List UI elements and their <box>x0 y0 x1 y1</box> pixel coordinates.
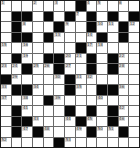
clue-number: 1 <box>1 1 5 5</box>
clue-number: 37 <box>1 96 7 100</box>
cell-r8c4[interactable] <box>33 75 43 85</box>
black-cell-r1c8 <box>76 1 86 11</box>
clue-number: 23 <box>1 64 7 68</box>
clue-number: 44 <box>65 117 71 121</box>
cell-r10c7[interactable] <box>65 96 75 106</box>
cell-r6c7[interactable]: 20 <box>65 54 75 64</box>
black-cell-r9c7 <box>65 85 75 95</box>
clue-number: 22 <box>119 54 125 58</box>
black-cell-r13c12 <box>119 127 129 137</box>
cell-r13c10[interactable]: 50 <box>97 127 107 137</box>
cell-r1c11[interactable] <box>108 1 118 11</box>
black-cell-r2c9 <box>87 12 97 22</box>
cell-r13c3[interactable]: 47 <box>22 127 32 137</box>
cell-r5c10[interactable]: 18 <box>97 43 107 53</box>
clue-number: 34 <box>33 85 39 89</box>
cell-r13c11[interactable]: 51 <box>108 127 118 137</box>
cell-r2c12[interactable] <box>119 12 129 22</box>
clue-number: 33 <box>1 85 7 89</box>
cell-r10c4[interactable] <box>33 96 43 106</box>
black-cell-r12c8 <box>76 117 86 127</box>
cell-r13c6[interactable] <box>54 127 64 137</box>
cell-r11c8[interactable] <box>76 106 86 116</box>
black-cell-r12c11 <box>108 117 118 127</box>
cell-r1c5[interactable] <box>44 1 54 11</box>
black-cell-r5c8 <box>76 43 86 53</box>
clue-number: 49 <box>76 127 82 131</box>
cell-r10c9[interactable] <box>87 96 97 106</box>
clue-number: 45 <box>87 117 93 121</box>
cell-r14c11[interactable] <box>108 138 118 148</box>
cell-r10c1[interactable]: 37 <box>1 96 11 106</box>
clue-number: 38 <box>22 96 28 100</box>
cell-r12c4[interactable]: 43 <box>33 117 43 127</box>
cell-r1c2[interactable] <box>12 1 22 11</box>
clue-number: 20 <box>65 54 71 58</box>
clue-number: 3 <box>54 1 58 5</box>
clue-number: 8 <box>22 22 26 26</box>
cell-r14c12[interactable] <box>119 138 129 148</box>
cell-r14c5[interactable] <box>44 138 54 148</box>
clue-number: 39 <box>54 96 60 100</box>
black-cell-r4c3 <box>22 33 32 43</box>
clue-number: 13 <box>54 33 60 37</box>
black-cell-r7c9 <box>87 64 97 74</box>
black-cell-r4c5 <box>44 33 54 43</box>
cell-r7c4[interactable]: 25 <box>33 64 43 74</box>
cell-r6c4[interactable] <box>33 54 43 64</box>
cell-r3c5[interactable] <box>44 22 54 32</box>
clue-number: 26 <box>44 64 50 68</box>
cell-r8c10[interactable] <box>97 75 107 85</box>
black-cell-r11c9 <box>87 106 97 116</box>
cell-r5c6[interactable] <box>54 43 64 53</box>
cell-r6c12[interactable]: 22 <box>119 54 129 64</box>
clue-number: 5 <box>97 1 101 5</box>
cell-r10c13[interactable] <box>129 96 139 106</box>
cell-r10c8[interactable] <box>76 96 86 106</box>
clue-number: 2 <box>33 1 37 5</box>
black-cell-r2c2 <box>12 12 22 22</box>
clue-number: 50 <box>97 127 103 131</box>
cell-r6c3[interactable]: 19 <box>22 54 32 64</box>
cell-r10c3[interactable]: 38 <box>22 96 32 106</box>
cell-r1c1[interactable]: 1 <box>1 1 11 11</box>
cell-r1c12[interactable]: 6 <box>119 1 129 11</box>
cell-r1c7[interactable] <box>65 1 75 11</box>
cell-r3c3[interactable]: 8 <box>22 22 32 32</box>
cell-r13c1[interactable] <box>1 127 11 137</box>
cell-r7c2[interactable]: 24 <box>12 64 22 74</box>
clue-number: 28 <box>119 64 125 68</box>
clue-number: 4 <box>87 1 91 5</box>
cell-r3c11[interactable]: 11 <box>108 22 118 32</box>
clue-number: 32 <box>87 75 93 79</box>
clue-number: 47 <box>22 127 28 131</box>
cell-r5c2[interactable] <box>12 43 22 53</box>
black-cell-r3c2 <box>12 22 22 32</box>
black-cell-r4c12 <box>119 33 129 43</box>
clue-number: 6 <box>119 1 123 5</box>
black-cell-r13c2 <box>12 127 22 137</box>
cell-r5c7[interactable] <box>65 43 75 53</box>
clue-number: 30 <box>54 75 60 79</box>
cell-r14c3[interactable] <box>22 138 32 148</box>
cell-r8c13[interactable] <box>129 75 139 85</box>
clue-number: 27 <box>65 64 71 68</box>
cell-r8c2[interactable]: 29 <box>12 75 22 85</box>
cell-r7c5[interactable]: 26 <box>44 64 54 74</box>
cell-r11c10[interactable] <box>97 106 107 116</box>
black-cell-r3c6 <box>54 22 64 32</box>
cell-r14c7[interactable]: 53 <box>65 138 75 148</box>
black-cell-r11c7 <box>65 106 75 116</box>
cell-r3c8[interactable] <box>76 22 86 32</box>
black-cell-r2c5 <box>44 12 54 22</box>
clue-number: 43 <box>33 117 39 121</box>
black-cell-r14c6 <box>54 138 64 148</box>
cell-r14c13[interactable] <box>129 138 139 148</box>
black-cell-r7c6 <box>54 64 64 74</box>
cell-r9c5[interactable] <box>44 85 54 95</box>
cell-r14c1[interactable]: 52 <box>1 138 11 148</box>
clue-number: 48 <box>44 127 50 131</box>
cell-r6c8[interactable]: 21 <box>76 54 86 64</box>
black-cell-r11c2 <box>12 106 22 116</box>
cell-r5c1[interactable]: 15 <box>1 43 11 53</box>
cell-r4c9[interactable]: 14 <box>87 33 97 43</box>
cell-r5c12[interactable] <box>119 43 129 53</box>
cell-r7c12[interactable]: 28 <box>119 64 129 74</box>
black-cell-r8c7 <box>65 75 75 85</box>
cell-r10c12[interactable] <box>119 96 129 106</box>
cell-r4c13[interactable] <box>129 33 139 43</box>
clue-number: 17 <box>87 43 93 47</box>
clue-number: 18 <box>97 43 103 47</box>
black-cell-r7c3 <box>22 64 32 74</box>
cell-r4c7[interactable] <box>65 33 75 43</box>
cell-r13c7[interactable] <box>65 127 75 137</box>
cell-r1c9[interactable]: 4 <box>87 1 97 11</box>
clue-number: 21 <box>76 54 82 58</box>
cell-r6c1[interactable] <box>1 54 11 64</box>
cell-r8c11[interactable] <box>108 75 118 85</box>
clue-number: 51 <box>108 127 114 131</box>
clue-number: 35 <box>76 85 82 89</box>
cell-r9c6[interactable] <box>54 85 64 95</box>
black-cell-r12c2 <box>12 117 22 127</box>
cell-r10c10[interactable]: 40 <box>97 96 107 106</box>
cell-r12c12[interactable]: 46 <box>119 117 129 127</box>
cell-r12c10[interactable] <box>97 117 107 127</box>
cell-r11c1[interactable] <box>1 106 11 116</box>
clue-number: 29 <box>12 75 18 79</box>
cell-r5c11[interactable] <box>108 43 118 53</box>
cell-r7c10[interactable] <box>97 64 107 74</box>
cell-r14c2[interactable] <box>12 138 22 148</box>
black-cell-r2c7 <box>65 12 75 22</box>
cell-r4c6[interactable]: 13 <box>54 33 64 43</box>
cell-r2c8[interactable]: 7 <box>76 12 86 22</box>
cell-r8c5[interactable] <box>44 75 54 85</box>
black-cell-r9c11 <box>108 85 118 95</box>
cell-r1c4[interactable]: 2 <box>33 1 43 11</box>
black-cell-r3c9 <box>87 22 97 32</box>
cell-r2c10[interactable] <box>97 12 107 22</box>
cell-r9c8[interactable]: 35 <box>76 85 86 95</box>
black-cell-r9c3 <box>22 85 32 95</box>
clue-number: 41 <box>22 106 28 110</box>
black-cell-r9c2 <box>12 85 22 95</box>
cell-r4c11[interactable] <box>108 33 118 43</box>
clue-number: 40 <box>97 96 103 100</box>
cell-r11c12[interactable]: 42 <box>119 106 129 116</box>
clue-number: 31 <box>76 75 82 79</box>
clue-number: 11 <box>108 22 114 26</box>
clue-number: 9 <box>65 22 69 26</box>
cell-r12c13[interactable] <box>129 117 139 127</box>
cell-r7c8[interactable] <box>76 64 86 74</box>
cell-r5c3[interactable]: 16 <box>22 43 32 53</box>
cell-r5c9[interactable]: 17 <box>87 43 97 53</box>
cell-r5c13[interactable] <box>129 43 139 53</box>
cell-r7c1[interactable]: 23 <box>1 64 11 74</box>
cell-r10c11[interactable] <box>108 96 118 106</box>
cell-r11c3[interactable]: 41 <box>22 106 32 116</box>
cell-r8c9[interactable]: 32 <box>87 75 97 85</box>
cell-r1c3[interactable] <box>22 1 32 11</box>
clue-number: 15 <box>1 43 7 47</box>
black-cell-r8c1 <box>1 75 11 85</box>
black-cell-r10c5 <box>44 96 54 106</box>
black-cell-r7c11 <box>108 64 118 74</box>
cell-r3c13[interactable]: 12 <box>129 22 139 32</box>
cell-r12c7[interactable]: 44 <box>65 117 75 127</box>
cell-r2c4[interactable] <box>33 12 43 22</box>
clue-number: 24 <box>12 64 18 68</box>
cell-r7c7[interactable]: 27 <box>65 64 75 74</box>
clue-number: 53 <box>65 138 71 142</box>
black-cell-r13c9 <box>87 127 97 137</box>
cell-r1c6[interactable]: 3 <box>54 1 64 11</box>
cell-r12c1[interactable] <box>1 117 11 127</box>
cell-r6c10[interactable] <box>97 54 107 64</box>
cell-r3c10[interactable]: 10 <box>97 22 107 32</box>
cell-r2c6[interactable] <box>54 12 64 22</box>
cell-r14c10[interactable] <box>97 138 107 148</box>
clue-number: 12 <box>129 22 135 26</box>
cell-r5c4[interactable] <box>33 43 43 53</box>
black-cell-r9c10 <box>97 85 107 95</box>
cell-r4c1[interactable] <box>1 33 11 43</box>
clue-number: 16 <box>22 43 28 47</box>
cell-r10c2[interactable] <box>12 96 22 106</box>
black-cell-r4c10 <box>97 33 107 43</box>
black-cell-r4c2 <box>12 33 22 43</box>
cell-r1c10[interactable]: 5 <box>97 1 107 11</box>
cell-r9c12[interactable]: 36 <box>119 85 129 95</box>
cell-r13c13[interactable] <box>129 127 139 137</box>
cell-r3c7[interactable]: 9 <box>65 22 75 32</box>
cell-r10c6[interactable]: 39 <box>54 96 64 106</box>
cell-r11c13[interactable] <box>129 106 139 116</box>
cell-r13c5[interactable]: 48 <box>44 127 54 137</box>
cell-r4c8[interactable] <box>76 33 86 43</box>
cell-r2c1[interactable] <box>1 12 11 22</box>
clue-number: 25 <box>33 64 39 68</box>
black-cell-r6c5 <box>44 54 54 64</box>
cell-r12c6[interactable] <box>54 117 64 127</box>
cell-r11c4[interactable] <box>33 106 43 116</box>
cell-r3c1[interactable] <box>1 22 11 32</box>
cell-r5c5[interactable] <box>44 43 54 53</box>
cell-r11c6[interactable] <box>54 106 64 116</box>
black-cell-r11c11 <box>108 106 118 116</box>
black-cell-r2c13 <box>129 12 139 22</box>
cell-r8c8[interactable]: 31 <box>76 75 86 85</box>
cell-r11c5[interactable] <box>44 106 54 116</box>
black-cell-r6c2 <box>12 54 22 64</box>
clue-number: 46 <box>119 117 125 121</box>
cell-r8c6[interactable]: 30 <box>54 75 64 85</box>
clue-number: 42 <box>119 106 125 110</box>
cell-r12c9[interactable]: 45 <box>87 117 97 127</box>
cell-r9c9[interactable] <box>87 85 97 95</box>
black-cell-r2c11 <box>108 12 118 22</box>
cell-r7c13[interactable] <box>129 64 139 74</box>
cell-r3c4[interactable] <box>33 22 43 32</box>
clue-number: 52 <box>1 138 7 142</box>
cell-r4c4[interactable] <box>33 33 43 43</box>
cell-r9c4[interactable]: 34 <box>33 85 43 95</box>
black-cell-r6c11 <box>108 54 118 64</box>
black-cell-r13c4 <box>33 127 43 137</box>
cell-r6c13[interactable] <box>129 54 139 64</box>
black-cell-r2c3 <box>22 12 32 22</box>
clue-number: 14 <box>87 33 93 37</box>
cell-r14c8[interactable] <box>76 138 86 148</box>
cell-r8c3[interactable] <box>22 75 32 85</box>
cell-r14c4[interactable] <box>33 138 43 148</box>
clue-number: 10 <box>97 22 103 26</box>
clue-number: 7 <box>76 12 80 16</box>
cell-r9c1[interactable]: 33 <box>1 85 11 95</box>
cell-r9c13[interactable] <box>129 85 139 95</box>
cell-r13c8[interactable]: 49 <box>76 127 86 137</box>
black-cell-r6c6 <box>54 54 64 64</box>
crossword-grid: 1234567891011121314151617181920212223242… <box>0 0 140 148</box>
cell-r14c9[interactable] <box>87 138 97 148</box>
black-cell-r12c3 <box>22 117 32 127</box>
cell-r1c13[interactable] <box>129 1 139 11</box>
black-cell-r3c12 <box>119 22 129 32</box>
clue-number: 19 <box>22 54 28 58</box>
black-cell-r6c9 <box>87 54 97 64</box>
cell-r12c5[interactable] <box>44 117 54 127</box>
cell-r8c12[interactable] <box>119 75 129 85</box>
clue-number: 36 <box>119 85 125 89</box>
